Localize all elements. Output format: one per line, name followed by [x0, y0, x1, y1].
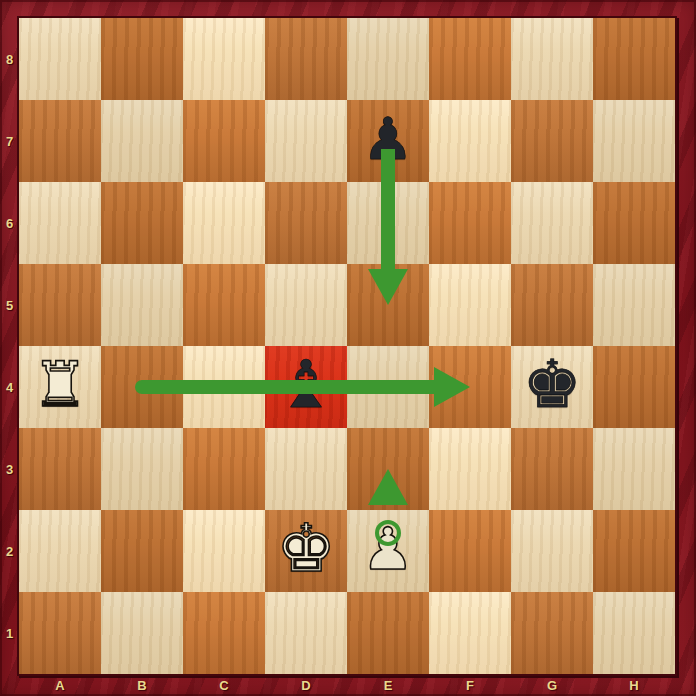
square-e8[interactable]: [347, 18, 429, 100]
square-c4[interactable]: [183, 346, 265, 428]
square-g8[interactable]: [511, 18, 593, 100]
square-b5[interactable]: [101, 264, 183, 346]
square-g4[interactable]: ♚: [511, 346, 593, 428]
square-d8[interactable]: [265, 18, 347, 100]
square-b2[interactable]: [101, 510, 183, 592]
square-a3[interactable]: [19, 428, 101, 510]
square-g7[interactable]: [511, 100, 593, 182]
square-a6[interactable]: [19, 182, 101, 264]
square-f3[interactable]: [429, 428, 511, 510]
square-d6[interactable]: [265, 182, 347, 264]
piece-black-pawn[interactable]: ♟: [362, 110, 414, 168]
square-a2[interactable]: [19, 510, 101, 592]
square-b8[interactable]: [101, 18, 183, 100]
square-a7[interactable]: [19, 100, 101, 182]
square-c7[interactable]: [183, 100, 265, 182]
square-d2[interactable]: ♚: [265, 510, 347, 592]
piece-white-rook[interactable]: ♜: [32, 354, 88, 416]
square-e7[interactable]: ♟: [347, 100, 429, 182]
square-e4[interactable]: [347, 346, 429, 428]
file-label-E: E: [347, 674, 429, 696]
rank-label-1: 1: [0, 592, 19, 674]
rank-label-5: 5: [0, 264, 19, 346]
square-f2[interactable]: [429, 510, 511, 592]
square-c2[interactable]: [183, 510, 265, 592]
square-h4[interactable]: [593, 346, 675, 428]
file-label-C: C: [183, 674, 265, 696]
square-g6[interactable]: [511, 182, 593, 264]
rank-label-8: 8: [0, 18, 19, 100]
piece-black-king[interactable]: ♚: [522, 352, 581, 418]
square-e2[interactable]: ♟: [347, 510, 429, 592]
square-h6[interactable]: [593, 182, 675, 264]
file-label-H: H: [593, 674, 675, 696]
square-h2[interactable]: [593, 510, 675, 592]
board: ♟♜♝♚♚♟: [19, 18, 675, 674]
square-e6[interactable]: [347, 182, 429, 264]
square-b7[interactable]: [101, 100, 183, 182]
file-label-A: A: [19, 674, 101, 696]
square-f5[interactable]: [429, 264, 511, 346]
square-d7[interactable]: [265, 100, 347, 182]
rank-label-4: 4: [0, 346, 19, 428]
square-g3[interactable]: [511, 428, 593, 510]
square-f6[interactable]: [429, 182, 511, 264]
square-f4[interactable]: [429, 346, 511, 428]
square-h8[interactable]: [593, 18, 675, 100]
square-b4[interactable]: [101, 346, 183, 428]
square-d4[interactable]: ♝: [265, 346, 347, 428]
file-label-D: D: [265, 674, 347, 696]
square-c6[interactable]: [183, 182, 265, 264]
square-a8[interactable]: [19, 18, 101, 100]
piece-white-king[interactable]: ♚: [276, 516, 335, 582]
square-e5[interactable]: [347, 264, 429, 346]
square-g2[interactable]: [511, 510, 593, 592]
square-a5[interactable]: [19, 264, 101, 346]
square-h5[interactable]: [593, 264, 675, 346]
square-c5[interactable]: [183, 264, 265, 346]
rank-label-7: 7: [0, 100, 19, 182]
file-label-G: G: [511, 674, 593, 696]
piece-black-bishop[interactable]: ♝: [276, 352, 335, 418]
square-d1[interactable]: [265, 592, 347, 674]
square-a1[interactable]: [19, 592, 101, 674]
square-e1[interactable]: [347, 592, 429, 674]
square-e3[interactable]: [347, 428, 429, 510]
square-b1[interactable]: [101, 592, 183, 674]
square-b6[interactable]: [101, 182, 183, 264]
rank-label-3: 3: [0, 428, 19, 510]
file-label-F: F: [429, 674, 511, 696]
square-d3[interactable]: [265, 428, 347, 510]
square-f7[interactable]: [429, 100, 511, 182]
square-g1[interactable]: [511, 592, 593, 674]
square-f1[interactable]: [429, 592, 511, 674]
square-h3[interactable]: [593, 428, 675, 510]
square-f8[interactable]: [429, 18, 511, 100]
rank-label-6: 6: [0, 182, 19, 264]
square-g5[interactable]: [511, 264, 593, 346]
square-c8[interactable]: [183, 18, 265, 100]
piece-white-pawn[interactable]: ♟: [362, 520, 414, 578]
square-d5[interactable]: [265, 264, 347, 346]
square-c1[interactable]: [183, 592, 265, 674]
square-b3[interactable]: [101, 428, 183, 510]
rank-label-2: 2: [0, 510, 19, 592]
square-c3[interactable]: [183, 428, 265, 510]
chess-board-frame: ♟♜♝♚♚♟ 87654321ABCDEFGH: [0, 0, 696, 696]
square-h1[interactable]: [593, 592, 675, 674]
square-h7[interactable]: [593, 100, 675, 182]
square-a4[interactable]: ♜: [19, 346, 101, 428]
file-label-B: B: [101, 674, 183, 696]
